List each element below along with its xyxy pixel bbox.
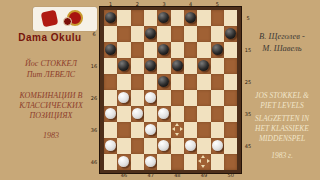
light-square [211,154,224,170]
light-square [104,26,117,42]
book-year: 1983 [0,131,102,140]
white-man[interactable] [212,140,223,151]
white-man[interactable] [118,156,129,167]
square-5[interactable] [211,10,224,26]
square-16[interactable] [117,58,130,74]
light-square [224,10,237,26]
light-square [197,106,210,122]
book-title-line-1: SLAGZETTEN IN [244,114,320,124]
player-black: М. Шавель [244,42,320,54]
light-square [157,122,170,138]
light-square [104,90,117,106]
light-square [104,58,117,74]
square-33[interactable] [157,106,170,122]
bottom-label-46: 46 [118,172,130,178]
left-label-36: 36 [88,127,100,133]
square-35[interactable] [211,106,224,122]
square-36[interactable] [117,122,130,138]
light-square [197,10,210,26]
light-square [224,138,237,154]
light-square [157,90,170,106]
black-man[interactable] [158,76,169,87]
square-11[interactable] [104,42,117,58]
top-label-2: 2 [131,1,143,7]
square-27[interactable] [144,90,157,106]
square-44[interactable] [184,138,197,154]
light-square [131,90,144,106]
light-square [211,58,224,74]
light-square [117,42,130,58]
author-line-2: Пит ЛЕВЕЛС [0,69,102,80]
light-square [197,74,210,90]
light-square [171,42,184,58]
video-frame: Dama Okulu Йос СТОККЕЛ Пит ЛЕВЕЛС КОМБИН… [0,0,320,180]
logo-checker-dot-icon [63,17,72,26]
square-2[interactable] [131,10,144,26]
move-marker-icon [197,154,210,170]
white-man[interactable] [158,108,169,119]
square-3[interactable] [157,10,170,26]
light-square [131,122,144,138]
logo-red-blob-icon [41,10,59,28]
top-label-1: 1 [105,1,117,7]
light-square [184,154,197,170]
square-47[interactable] [144,154,157,170]
light-square [184,122,197,138]
white-man[interactable] [118,92,129,103]
book-title-line-2: HET KLASSIEKE [244,124,320,134]
square-30[interactable] [224,90,237,106]
book-title-line-3: MIDDENSPEL [244,134,320,144]
square-25[interactable] [211,74,224,90]
square-12[interactable] [131,42,144,58]
light-square [131,26,144,42]
square-10[interactable] [224,26,237,42]
black-man[interactable] [145,60,156,71]
square-14[interactable] [184,42,197,58]
square-15[interactable] [211,42,224,58]
light-square [157,58,170,74]
light-square [211,122,224,138]
light-square [157,26,170,42]
top-label-5: 5 [211,1,223,7]
left-label-6: 6 [88,31,100,37]
logo-title: Dama Okulu [0,32,100,43]
light-square [184,26,197,42]
book-author-line-1: JOS STOKKEL & [244,91,320,101]
square-45[interactable] [211,138,224,154]
bottom-label-47: 47 [145,172,157,178]
light-square [224,42,237,58]
light-square [184,90,197,106]
square-8[interactable] [171,26,184,42]
light-square [144,42,157,58]
player-white: В. Щеголев - [244,30,320,42]
square-19[interactable] [197,58,210,74]
square-22[interactable] [131,74,144,90]
light-square [144,74,157,90]
square-49[interactable] [197,154,210,170]
square-4[interactable] [184,10,197,26]
square-26[interactable] [117,90,130,106]
top-label-3: 3 [158,1,170,7]
title-line-3: ПОЗИЦИЯХ [0,111,102,121]
black-man[interactable] [105,44,116,55]
light-square [197,138,210,154]
square-37[interactable] [144,122,157,138]
light-square [144,138,157,154]
book-year-latin: 1983 г. [244,151,320,160]
square-50[interactable] [224,154,237,170]
white-man[interactable] [185,140,196,151]
top-label-4: 4 [185,1,197,7]
square-7[interactable] [144,26,157,42]
right-label-5: 5 [242,15,254,21]
black-man[interactable] [158,12,169,23]
square-46[interactable] [117,154,130,170]
light-square [197,42,210,58]
left-label-16: 16 [88,63,100,69]
square-24[interactable] [184,74,197,90]
square-17[interactable] [144,58,157,74]
square-32[interactable] [131,106,144,122]
white-man[interactable] [105,140,116,151]
light-square [171,74,184,90]
white-man[interactable] [105,108,116,119]
white-man[interactable] [145,124,156,135]
black-man[interactable] [225,28,236,39]
right-label-25: 25 [242,79,254,85]
light-square [117,106,130,122]
book-authors-latin: JOS STOKKEL & PIET LEVELS [244,91,320,111]
light-square [211,90,224,106]
bottom-label-49: 49 [198,172,210,178]
white-man[interactable] [145,92,156,103]
square-23[interactable] [157,74,170,90]
square-40[interactable] [224,122,237,138]
black-man[interactable] [172,60,183,71]
square-41[interactable] [104,138,117,154]
square-38[interactable] [171,122,184,138]
light-square [131,154,144,170]
light-square [184,58,197,74]
square-43[interactable] [157,138,170,154]
black-man[interactable] [145,28,156,39]
square-1[interactable] [104,10,117,26]
light-square [171,106,184,122]
square-20[interactable] [224,58,237,74]
light-square [224,74,237,90]
left-label-46: 46 [88,159,100,165]
light-square [157,154,170,170]
square-39[interactable] [197,122,210,138]
title-line-2: КЛАССИЧЕСКИХ [0,101,102,111]
light-square [224,106,237,122]
title-line-1: КОМБИНАЦИИ В [0,91,102,101]
black-man[interactable] [185,12,196,23]
dama-okulu-logo [33,7,97,31]
light-square [171,138,184,154]
book-authors-cyrillic: Йос СТОККЕЛ Пит ЛЕВЕЛС [0,58,102,80]
light-square [144,106,157,122]
square-28[interactable] [171,90,184,106]
bottom-label-48: 48 [171,172,183,178]
light-square [104,154,117,170]
black-man[interactable] [198,60,209,71]
move-marker-icon [171,122,184,138]
white-man[interactable] [145,156,156,167]
players-caption: В. Щеголев - М. Шавель [244,30,320,54]
light-square [117,138,130,154]
draughts-board [100,7,241,173]
square-6[interactable] [117,26,130,42]
white-man[interactable] [132,108,143,119]
square-18[interactable] [171,58,184,74]
black-man[interactable] [118,60,129,71]
black-man[interactable] [212,44,223,55]
light-square [117,74,130,90]
book-author-line-2: PIET LEVELS [244,101,320,111]
light-square [171,10,184,26]
author-line-1: Йос СТОККЕЛ [0,58,102,69]
square-29[interactable] [197,90,210,106]
square-42[interactable] [131,138,144,154]
square-48[interactable] [171,154,184,170]
light-square [104,122,117,138]
square-13[interactable] [157,42,170,58]
light-square [117,10,130,26]
left-label-26: 26 [88,95,100,101]
square-21[interactable] [104,74,117,90]
white-man[interactable] [158,140,169,151]
bottom-label-50: 50 [225,172,237,178]
light-square [144,10,157,26]
square-34[interactable] [184,106,197,122]
black-man[interactable] [105,12,116,23]
book-title-dutch: SLAGZETTEN IN HET KLASSIEKE MIDDENSPEL [244,114,320,144]
light-square [211,26,224,42]
square-9[interactable] [197,26,210,42]
black-man[interactable] [158,44,169,55]
book-title-cyrillic: КОМБИНАЦИИ В КЛАССИЧЕСКИХ ПОЗИЦИЯХ [0,91,102,121]
light-square [131,58,144,74]
square-31[interactable] [104,106,117,122]
